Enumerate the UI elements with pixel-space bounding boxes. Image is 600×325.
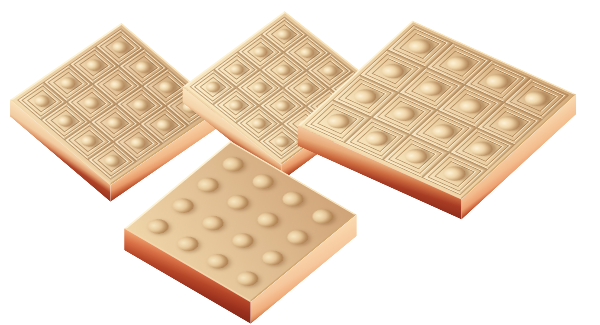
- board-cell: [410, 110, 476, 153]
- dome-bump: [272, 98, 293, 114]
- dome-bump: [78, 132, 100, 149]
- carved-frame-outer: [217, 91, 255, 120]
- dome-bump: [223, 192, 252, 212]
- carved-frame-outer: [482, 106, 537, 141]
- board-cell: [259, 88, 306, 124]
- dome-bump: [232, 268, 261, 288]
- carved-frame-inner: [245, 113, 273, 134]
- carved-frame-inner: [149, 113, 179, 136]
- carved-frame-inner: [100, 112, 130, 135]
- carved-frame-inner: [395, 143, 436, 169]
- carved-frame-inner: [489, 111, 530, 137]
- dome-bump: [101, 152, 123, 169]
- dome-bump: [198, 212, 227, 232]
- carved-frame-inner: [222, 95, 250, 116]
- dome-bump: [54, 112, 76, 129]
- dome-bump: [218, 154, 247, 174]
- carved-frame-outer: [264, 91, 302, 120]
- dome-bump: [494, 114, 524, 134]
- carved-frame-outer: [240, 109, 278, 138]
- dome-bump: [193, 174, 222, 194]
- product-render-stage: [0, 0, 600, 325]
- carved-frame-outer: [118, 127, 158, 158]
- board-top-face: [124, 140, 356, 301]
- dome-bump: [104, 114, 126, 131]
- carved-frame-outer: [92, 145, 132, 176]
- carved-frame-inner: [123, 131, 153, 154]
- dome-bump: [282, 226, 311, 246]
- carved-frame-inner: [434, 161, 475, 187]
- board-cell: [215, 221, 270, 259]
- dome-bump: [307, 206, 336, 226]
- board-tile-front: [158, 139, 323, 304]
- dome-bump: [428, 121, 458, 141]
- dome-bump: [225, 97, 246, 113]
- board-cell: [90, 104, 139, 142]
- board-3d-front: [124, 140, 356, 301]
- board-top-face: [298, 20, 577, 199]
- carved-frame-outer: [349, 121, 404, 156]
- board-tile-back-right: [337, 10, 537, 210]
- dome-bump: [248, 115, 269, 131]
- carved-frame-inner: [74, 129, 104, 152]
- dome-bump: [203, 250, 232, 270]
- carved-frame-inner: [317, 108, 358, 134]
- dome-bump: [253, 209, 282, 229]
- dome-bump: [228, 230, 257, 250]
- dome-bump: [439, 164, 469, 184]
- carved-frame-outer: [45, 106, 85, 137]
- dome-bump: [153, 116, 175, 133]
- board-3d-back-right: [298, 20, 577, 199]
- carved-frame-outer: [144, 110, 184, 141]
- dome-bump: [361, 129, 391, 149]
- dome-bump: [277, 188, 306, 208]
- carved-frame-outer: [388, 139, 443, 174]
- carved-frame-inner: [50, 110, 80, 133]
- carved-frame-outer: [69, 126, 109, 157]
- carved-frame-inner: [97, 149, 127, 172]
- dome-bump: [323, 111, 353, 131]
- dome-bump: [168, 195, 197, 215]
- carved-frame-outer: [427, 156, 482, 191]
- dome-bump: [173, 233, 202, 253]
- dome-bump: [143, 216, 172, 236]
- dome-bump: [467, 139, 497, 159]
- carved-frame-inner: [269, 95, 297, 116]
- dome-bump: [400, 147, 430, 167]
- dome-bump: [248, 171, 277, 191]
- carved-frame-inner: [461, 136, 502, 162]
- dome-bump: [127, 134, 149, 151]
- board-tiles-scene: [0, 0, 600, 325]
- carved-frame-inner: [356, 126, 397, 152]
- dome-bump: [257, 247, 286, 267]
- carved-frame-outer: [454, 131, 509, 166]
- carved-frame-outer: [416, 114, 471, 149]
- carved-frame-outer: [95, 108, 135, 139]
- carved-frame-inner: [423, 118, 464, 144]
